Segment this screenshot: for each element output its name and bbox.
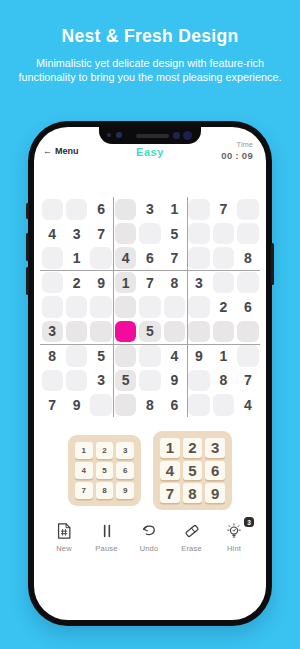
cell-tile <box>66 345 87 366</box>
sudoku-cell[interactable] <box>187 393 211 417</box>
cell-tile <box>115 199 136 220</box>
sudoku-cell[interactable] <box>138 368 162 392</box>
cell-tile <box>115 223 136 244</box>
sudoku-cell[interactable] <box>187 197 211 221</box>
cell-tile <box>42 247 63 268</box>
sudoku-cell[interactable] <box>138 221 162 245</box>
cell-digit: 8 <box>146 397 154 413</box>
numpad-key[interactable]: 1 <box>75 442 93 459</box>
sudoku-cell[interactable]: 8 <box>40 344 64 368</box>
cell-tile <box>213 321 234 342</box>
numpad-key[interactable]: 9 <box>205 483 225 503</box>
block-divider <box>187 197 188 417</box>
cell-tile <box>115 345 136 366</box>
erase-button[interactable]: Erase <box>172 521 212 553</box>
cell-digit: 8 <box>244 250 252 266</box>
sudoku-cell[interactable] <box>138 295 162 319</box>
sudoku-cell[interactable] <box>187 221 211 245</box>
cell-tile <box>237 321 258 342</box>
sudoku-cell[interactable] <box>211 319 235 343</box>
cell-digit: 7 <box>146 275 154 291</box>
sudoku-cell[interactable]: 7 <box>236 368 260 392</box>
cell-tile <box>188 321 209 342</box>
numpad-key[interactable]: 7 <box>160 483 180 503</box>
cell-tile <box>213 223 234 244</box>
cell-tile <box>66 199 87 220</box>
sudoku-cell[interactable]: 3 <box>40 319 64 343</box>
sudoku-cell[interactable]: 5 <box>113 368 137 392</box>
cell-tile <box>90 296 111 317</box>
time-value: 00 : 09 <box>221 150 253 161</box>
numpad-key[interactable]: 7 <box>75 482 93 499</box>
cell-digit: 4 <box>122 250 130 266</box>
page-title: Nest & Fresh Design <box>0 26 300 47</box>
sudoku-cell[interactable]: 4 <box>236 393 260 417</box>
cell-digit: 1 <box>73 250 81 266</box>
camera-dot <box>116 132 122 138</box>
phone-frame: ←Menu Easy Time 00 : 09 6317437514678291… <box>28 121 272 626</box>
cell-digit: 3 <box>146 201 154 217</box>
cell-tile <box>42 370 63 391</box>
cell-digit: 2 <box>219 299 227 315</box>
sudoku-cell[interactable] <box>40 368 64 392</box>
sudoku-cell[interactable]: 1 <box>211 344 235 368</box>
sudoku-cell[interactable] <box>211 246 235 270</box>
cell-digit: 1 <box>122 275 130 291</box>
cell-digit: 7 <box>48 397 56 413</box>
cell-tile <box>237 272 258 293</box>
erase-label: Erase <box>181 544 202 553</box>
sudoku-cell[interactable] <box>89 393 113 417</box>
sudoku-cell[interactable]: 2 <box>211 295 235 319</box>
sudoku-cell[interactable]: 4 <box>113 246 137 270</box>
sudoku-cell[interactable] <box>113 319 137 343</box>
sudoku-cell[interactable] <box>211 270 235 294</box>
notes-numpad: 123456789 <box>68 435 141 506</box>
sudoku-cell[interactable]: 9 <box>89 270 113 294</box>
cell-digit: 1 <box>171 201 179 217</box>
sudoku-cell[interactable] <box>64 197 88 221</box>
cell-digit: 9 <box>195 348 203 364</box>
cell-tile <box>213 272 234 293</box>
cell-digit: 7 <box>219 201 227 217</box>
numpad-key[interactable]: 2 <box>183 438 203 458</box>
cell-digit: 9 <box>171 372 179 388</box>
cell-digit: 5 <box>122 372 130 388</box>
cell-tile <box>164 296 185 317</box>
pause-icon <box>97 521 117 541</box>
cell-digit: 3 <box>73 226 81 242</box>
numpad-key[interactable]: 1 <box>160 438 180 458</box>
cell-tile <box>90 321 111 342</box>
block-divider <box>40 270 260 271</box>
sudoku-cell[interactable]: 6 <box>236 295 260 319</box>
cell-digit: 5 <box>97 348 105 364</box>
sudoku-cell[interactable]: 1 <box>162 197 186 221</box>
sudoku-cell[interactable] <box>211 393 235 417</box>
cell-digit: 1 <box>219 348 227 364</box>
cell-digit: 7 <box>97 226 105 242</box>
sudoku-cell[interactable] <box>236 344 260 368</box>
mute-switch <box>26 203 29 219</box>
cell-digit: 5 <box>146 323 154 339</box>
sudoku-cell[interactable] <box>236 270 260 294</box>
sudoku-cell[interactable] <box>113 221 137 245</box>
sudoku-cell[interactable] <box>40 246 64 270</box>
sudoku-cell[interactable] <box>64 295 88 319</box>
sudoku-cell[interactable] <box>187 319 211 343</box>
sudoku-cell[interactable] <box>187 246 211 270</box>
sudoku-cell[interactable]: 3 <box>89 368 113 392</box>
pause-button[interactable]: Pause <box>87 521 127 553</box>
cell-tile <box>213 394 234 415</box>
selected-cell-tile <box>115 321 136 342</box>
cell-tile <box>139 345 160 366</box>
numpad-key[interactable]: 2 <box>96 442 114 459</box>
sudoku-cell[interactable] <box>89 319 113 343</box>
sudoku-cell[interactable]: 4 <box>40 221 64 245</box>
cell-tile <box>66 370 87 391</box>
hint-bulb-icon <box>224 521 244 541</box>
sudoku-cell[interactable]: 3 <box>187 270 211 294</box>
numpad-key[interactable]: 5 <box>96 462 114 479</box>
sudoku-board: 63174375146782917832635854913598779864 <box>40 197 260 417</box>
cell-tile <box>42 272 63 293</box>
numpad-key[interactable]: 6 <box>205 461 225 481</box>
cell-digit: 7 <box>171 250 179 266</box>
volume-up-button <box>26 233 29 261</box>
sudoku-cell[interactable] <box>64 319 88 343</box>
cell-digit: 5 <box>171 226 179 242</box>
pause-label: Pause <box>95 544 117 553</box>
cell-tile <box>139 370 160 391</box>
sudoku-cell[interactable] <box>187 368 211 392</box>
sudoku-cell[interactable]: 7 <box>138 270 162 294</box>
numpad-key[interactable]: 3 <box>116 442 134 459</box>
sudoku-cell[interactable]: 9 <box>64 393 88 417</box>
new-label: New <box>56 544 72 553</box>
sudoku-cell[interactable]: 3 <box>138 197 162 221</box>
timer: Time 00 : 09 <box>221 140 253 161</box>
sudoku-cell[interactable]: 7 <box>162 246 186 270</box>
toolbar: New Pause Undo <box>44 521 254 553</box>
sudoku-cell[interactable] <box>162 295 186 319</box>
cell-tile <box>164 321 185 342</box>
speaker-slot <box>136 134 169 138</box>
numpad-key[interactable]: 4 <box>160 461 180 481</box>
sudoku-cell[interactable] <box>64 368 88 392</box>
cell-tile <box>188 199 209 220</box>
cell-digit: 6 <box>97 201 105 217</box>
cell-digit: 4 <box>171 348 179 364</box>
sudoku-cell[interactable]: 5 <box>138 319 162 343</box>
erase-icon <box>182 521 202 541</box>
numpad-key[interactable]: 4 <box>75 462 93 479</box>
cell-digit: 6 <box>146 250 154 266</box>
sudoku-cell[interactable] <box>236 197 260 221</box>
numpad-key[interactable]: 3 <box>205 438 225 458</box>
power-button <box>271 243 274 285</box>
sudoku-cell[interactable]: 9 <box>187 344 211 368</box>
cell-digit: 3 <box>48 323 56 339</box>
sudoku-cell[interactable]: 6 <box>162 393 186 417</box>
cell-digit: 3 <box>97 372 105 388</box>
sudoku-cell[interactable] <box>162 319 186 343</box>
camera-dot <box>107 133 111 137</box>
cell-tile <box>115 394 136 415</box>
sudoku-cell[interactable]: 7 <box>89 221 113 245</box>
sudoku-cell[interactable] <box>138 344 162 368</box>
time-label: Time <box>221 140 253 149</box>
sudoku-cell[interactable] <box>113 295 137 319</box>
undo-button[interactable]: Undo <box>129 521 169 553</box>
sudoku-cell[interactable]: 8 <box>211 368 235 392</box>
cell-digit: 8 <box>48 348 56 364</box>
sudoku-cell[interactable] <box>113 344 137 368</box>
hint-count-badge: 3 <box>244 517 254 527</box>
cell-tile <box>213 247 234 268</box>
cell-tile <box>237 223 258 244</box>
cell-tile <box>188 370 209 391</box>
app-screen: ←Menu Easy Time 00 : 09 6317437514678291… <box>34 127 266 620</box>
cell-digit: 4 <box>244 397 252 413</box>
sudoku-cell[interactable] <box>113 197 137 221</box>
block-divider <box>40 344 260 345</box>
sudoku-cell[interactable] <box>40 295 64 319</box>
cell-tile <box>188 247 209 268</box>
sudoku-cell[interactable]: 3 <box>64 221 88 245</box>
sudoku-cell[interactable]: 4 <box>162 344 186 368</box>
sudoku-cell[interactable]: 9 <box>162 368 186 392</box>
input-numpad: 123456789 <box>153 431 232 510</box>
sudoku-cell[interactable] <box>236 319 260 343</box>
sudoku-cell[interactable]: 7 <box>40 393 64 417</box>
cell-digit: 9 <box>97 275 105 291</box>
hint-label: Hint <box>227 544 241 553</box>
sensor-dot <box>173 132 180 139</box>
cell-digit: 6 <box>171 397 179 413</box>
numpad-key[interactable]: 6 <box>116 462 134 479</box>
sudoku-cell[interactable]: 7 <box>211 197 235 221</box>
cell-digit: 3 <box>195 275 203 291</box>
front-camera-dot <box>183 131 192 140</box>
volume-down-button <box>26 267 29 295</box>
sudoku-cell[interactable]: 2 <box>64 270 88 294</box>
cell-tile <box>42 199 63 220</box>
sudoku-cell[interactable]: 1 <box>113 270 137 294</box>
phone-notch <box>99 127 201 144</box>
cell-tile <box>139 296 160 317</box>
numpad-key[interactable]: 5 <box>183 461 203 481</box>
cell-digit: 2 <box>73 275 81 291</box>
cell-tile <box>90 247 111 268</box>
undo-icon <box>139 521 159 541</box>
numpad-key[interactable]: 8 <box>96 482 114 499</box>
sudoku-cell[interactable] <box>89 246 113 270</box>
page-subtitle: Minimalistic yet delicate design with fe… <box>13 56 287 85</box>
sudoku-cell[interactable]: 8 <box>162 270 186 294</box>
block-divider <box>113 197 114 417</box>
new-game-icon <box>54 521 74 541</box>
sudoku-cell[interactable]: 6 <box>138 246 162 270</box>
cell-digit: 4 <box>48 226 56 242</box>
sudoku-cell[interactable]: 5 <box>89 344 113 368</box>
cell-digit: 8 <box>171 275 179 291</box>
cell-digit: 9 <box>73 397 81 413</box>
numpad-key[interactable]: 9 <box>116 482 134 499</box>
sudoku-cell[interactable]: 1 <box>64 246 88 270</box>
sudoku-cell[interactable] <box>236 221 260 245</box>
sudoku-cell[interactable] <box>40 197 64 221</box>
cell-tile <box>66 296 87 317</box>
hint-button[interactable]: 3 Hint <box>214 521 254 553</box>
sudoku-cell[interactable] <box>113 393 137 417</box>
undo-label: Undo <box>140 544 159 553</box>
cell-tile <box>188 223 209 244</box>
sudoku-cell[interactable]: 8 <box>236 246 260 270</box>
marketing-header: Nest & Fresh Design Minimalistic yet del… <box>0 0 300 85</box>
cell-digit: 7 <box>244 372 252 388</box>
sudoku-cell[interactable] <box>40 270 64 294</box>
cell-digit: 6 <box>244 299 252 315</box>
cell-tile <box>139 223 160 244</box>
sudoku-cell[interactable] <box>211 221 235 245</box>
sudoku-cell[interactable] <box>187 295 211 319</box>
cell-tile <box>188 394 209 415</box>
cell-tile <box>188 296 209 317</box>
new-button[interactable]: New <box>44 521 84 553</box>
numpad-key[interactable]: 8 <box>183 483 203 503</box>
sudoku-cell[interactable] <box>89 295 113 319</box>
cell-tile <box>42 296 63 317</box>
sudoku-cell[interactable]: 8 <box>138 393 162 417</box>
cell-tile <box>237 345 258 366</box>
cell-digit: 8 <box>219 372 227 388</box>
sudoku-cell[interactable] <box>64 344 88 368</box>
sudoku-cell[interactable]: 5 <box>162 221 186 245</box>
cell-tile <box>237 199 258 220</box>
cell-tile <box>115 296 136 317</box>
cell-tile <box>66 321 87 342</box>
cell-tile <box>90 394 111 415</box>
sudoku-cell[interactable]: 6 <box>89 197 113 221</box>
